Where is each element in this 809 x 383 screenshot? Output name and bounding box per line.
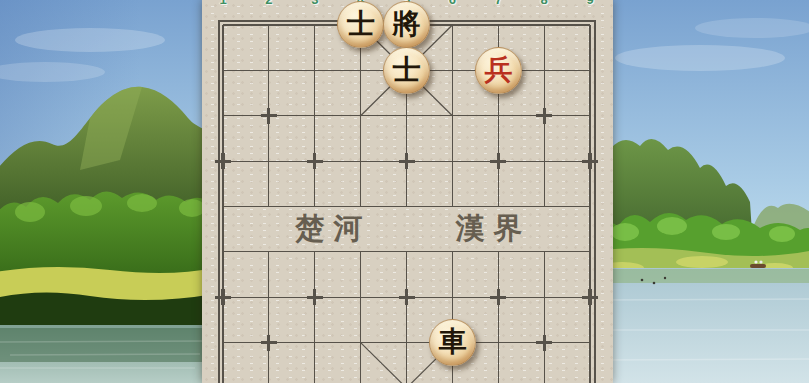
piece-black-advisor[interactable]: 士 — [383, 47, 430, 94]
piece-glyph: 兵 — [484, 47, 512, 92]
piece-glyph: 車 — [438, 319, 466, 364]
piece-glyph: 士 — [347, 1, 375, 46]
piece-black-general[interactable]: 將 — [383, 1, 430, 48]
right-water — [588, 268, 809, 383]
piece-black-advisor[interactable]: 士 — [337, 1, 384, 48]
board-grid[interactable]: 士將士兵車 — [202, 2, 613, 383]
piece-glyph: 將 — [393, 1, 421, 46]
piece-red-soldier[interactable]: 兵 — [475, 47, 522, 94]
app-window: 123456789 楚河 漢界 士將士兵車 — [0, 0, 809, 383]
piece-glyph: 士 — [393, 47, 421, 92]
xiangqi-board[interactable]: 123456789 楚河 漢界 士將士兵車 — [202, 0, 613, 383]
piece-black-chariot[interactable]: 車 — [429, 319, 476, 366]
